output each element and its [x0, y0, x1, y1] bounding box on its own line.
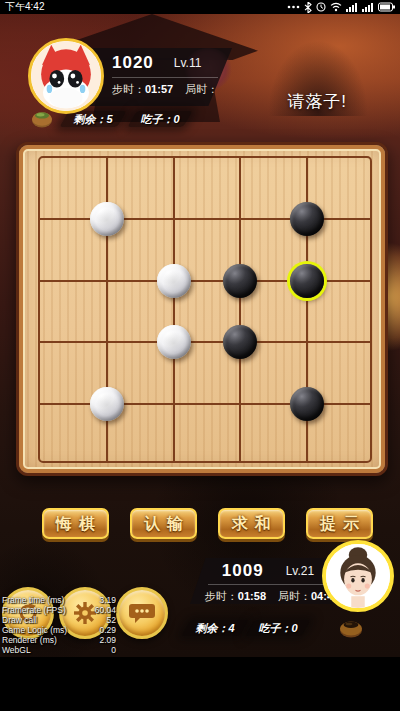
top-step-time-label: 步时： [112, 83, 145, 95]
move-prompt-text: 请落子! [258, 90, 376, 113]
settings-gear-icon [71, 599, 99, 627]
bottom-player-avatar[interactable] [322, 540, 394, 612]
bottom-game-time-label: 局时： [278, 590, 311, 602]
bottom-player-rating: 1009 [222, 561, 264, 581]
woman-avatar-image [326, 544, 390, 608]
bottom-remaining-counter: 剩余：4 [181, 620, 248, 636]
status-icons [287, 2, 395, 13]
bottom-stone-bowl-icon [338, 618, 364, 638]
stone-white[interactable] [90, 387, 124, 421]
top-player-rating: 1020 [112, 53, 154, 73]
alarm-icon [316, 2, 326, 12]
clock-time: 下午4:42 [5, 0, 44, 14]
stone-white[interactable] [157, 325, 191, 359]
signal-icon [362, 2, 374, 12]
grid-line-vertical [173, 158, 175, 461]
grid-line-horizontal [40, 341, 370, 343]
signal-icon [346, 2, 358, 12]
resign-button[interactable]: 认输 [130, 508, 197, 539]
chat-button[interactable] [116, 587, 168, 639]
stone-black[interactable] [223, 325, 257, 359]
stone-white[interactable] [90, 202, 124, 236]
bottom-player-level: Lv.21 [286, 564, 314, 578]
stone-black[interactable] [223, 264, 257, 298]
battery-icon [378, 2, 395, 12]
top-stone-bowl-icon [30, 109, 54, 128]
top-step-time: 01:57 [145, 83, 173, 95]
bluetooth-icon [304, 2, 312, 13]
offer-draw-button[interactable]: 求和 [218, 508, 285, 539]
chat-bubble-icon [128, 600, 156, 626]
board-grid[interactable] [38, 156, 372, 463]
top-game-time-label: 局时： [185, 83, 218, 95]
top-player-avatar[interactable] [28, 38, 104, 114]
hint-button[interactable]: 提示 [306, 508, 373, 539]
bottom-step-time: 01:58 [238, 590, 266, 602]
bottom-remaining-value: 4 [228, 622, 234, 634]
bottom-step-time-label: 步时： [205, 590, 238, 602]
top-player-level: Lv.11 [174, 56, 202, 70]
stone-black[interactable] [290, 387, 324, 421]
stone-black[interactable] [290, 264, 324, 298]
settings-button[interactable] [59, 587, 111, 639]
game-scene-background: 1020 Lv.11 步时：01:57 局时：04:45 [0, 14, 400, 657]
undo-move-button[interactable]: 悔棋 [42, 508, 109, 539]
game-screen: 下午4:42 1020 Lv.11 步时：01:57 局时：04:45 [0, 0, 400, 711]
debug-stat-row: WebGL0 [2, 645, 116, 655]
game-board[interactable] [16, 142, 388, 476]
android-status-bar: 下午4:42 [0, 0, 400, 14]
bottom-captures-value: 0 [291, 622, 297, 634]
replay-icon [15, 600, 41, 626]
top-remaining-value: 5 [106, 113, 112, 125]
wifi-icon [330, 2, 342, 12]
replay-button[interactable] [2, 587, 54, 639]
more-dots-icon [287, 2, 300, 12]
fox-avatar-image [31, 41, 101, 111]
grid-line-vertical [239, 158, 241, 461]
stone-white[interactable] [157, 264, 191, 298]
top-captures-value: 0 [173, 113, 179, 125]
stone-black[interactable] [290, 202, 324, 236]
top-captures-counter: 吃子：0 [127, 111, 192, 127]
android-navigation-bar [0, 657, 400, 711]
bottom-captures-counter: 吃子：0 [245, 620, 310, 636]
